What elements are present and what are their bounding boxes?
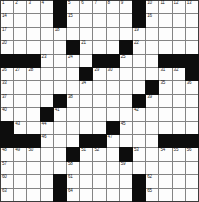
cell-r12c6[interactable] bbox=[80, 162, 92, 174]
cell-r0c3[interactable]: 4 bbox=[41, 1, 53, 13]
clue-number-15: 15 bbox=[68, 14, 73, 19]
cell-r6c2[interactable] bbox=[27, 81, 39, 93]
clue-number-2: 2 bbox=[15, 1, 17, 6]
clue-number-47: 47 bbox=[108, 135, 113, 140]
clue-number-59: 59 bbox=[121, 162, 126, 167]
cell-r4c6[interactable] bbox=[80, 55, 92, 67]
cell-r11c0[interactable]: 48 bbox=[1, 148, 13, 160]
cell-r11c12[interactable]: 54 bbox=[159, 148, 171, 160]
clue-number-50: 50 bbox=[28, 148, 33, 153]
cell-r11c1[interactable]: 49 bbox=[14, 148, 26, 160]
clue-number-49: 49 bbox=[15, 148, 20, 153]
cell-r5c7[interactable]: 29 bbox=[93, 68, 105, 80]
clue-number-41: 41 bbox=[55, 108, 60, 113]
cell-r4c10[interactable] bbox=[133, 55, 145, 67]
block-cell-r4c13 bbox=[173, 55, 185, 67]
cell-r14c14[interactable] bbox=[186, 189, 198, 201]
cell-r5c8[interactable]: 30 bbox=[107, 68, 119, 80]
cell-r13c3[interactable] bbox=[41, 175, 53, 187]
cell-r12c2[interactable] bbox=[27, 162, 39, 174]
block-cell-r13c10 bbox=[133, 175, 145, 187]
cell-r3c0[interactable]: 20 bbox=[1, 41, 13, 53]
cell-r14c6[interactable] bbox=[80, 189, 92, 201]
cell-r13c6[interactable] bbox=[80, 175, 92, 187]
cell-r8c0[interactable]: 40 bbox=[1, 108, 13, 120]
block-cell-r10c2 bbox=[27, 135, 39, 147]
cell-r1c14[interactable] bbox=[186, 14, 198, 26]
cell-r7c8[interactable] bbox=[107, 95, 119, 107]
cell-r6c12[interactable]: 35 bbox=[159, 81, 171, 93]
cell-r10c4[interactable] bbox=[54, 135, 66, 147]
cell-r1c0[interactable]: 14 bbox=[1, 14, 13, 26]
cell-r7c9[interactable] bbox=[120, 95, 132, 107]
cell-r11c11[interactable] bbox=[146, 148, 158, 160]
clue-number-14: 14 bbox=[2, 14, 7, 19]
cell-r2c1[interactable] bbox=[14, 28, 26, 40]
cell-r1c5[interactable]: 15 bbox=[67, 14, 79, 26]
cell-r3c6[interactable]: 21 bbox=[80, 41, 92, 53]
cell-r14c9[interactable] bbox=[120, 189, 132, 201]
block-cell-r4c14 bbox=[186, 55, 198, 67]
cell-r8c9[interactable] bbox=[120, 108, 132, 120]
block-cell-r7c4 bbox=[54, 95, 66, 107]
cell-r6c8[interactable] bbox=[107, 81, 119, 93]
clue-number-43: 43 bbox=[15, 122, 20, 127]
cell-r12c1[interactable] bbox=[14, 162, 26, 174]
clue-number-18: 18 bbox=[55, 28, 60, 33]
cell-r3c14[interactable] bbox=[186, 41, 198, 53]
cell-r1c11[interactable]: 16 bbox=[146, 14, 158, 26]
cell-r8c7[interactable] bbox=[93, 108, 105, 120]
clue-number-60: 60 bbox=[2, 175, 7, 180]
cell-r4c11[interactable] bbox=[146, 55, 158, 67]
cell-r12c13[interactable] bbox=[173, 162, 185, 174]
cell-r0c6[interactable]: 6 bbox=[80, 1, 92, 13]
block-cell-r10c12 bbox=[159, 135, 171, 147]
cell-r3c3[interactable] bbox=[41, 41, 53, 53]
cell-r6c7[interactable] bbox=[93, 81, 105, 93]
cell-r14c5[interactable]: 64 bbox=[67, 189, 79, 201]
cell-r14c13[interactable] bbox=[173, 189, 185, 201]
clue-number-21: 21 bbox=[81, 41, 86, 46]
cell-r6c4[interactable] bbox=[54, 81, 66, 93]
cell-r2c8[interactable] bbox=[107, 28, 119, 40]
cell-r4c9[interactable]: 25 bbox=[120, 55, 132, 67]
clue-number-34: 34 bbox=[81, 81, 86, 86]
block-cell-r4c0 bbox=[1, 55, 13, 67]
cell-r6c1[interactable] bbox=[14, 81, 26, 93]
cell-r1c3[interactable] bbox=[41, 14, 53, 26]
cell-r11c10[interactable]: 53 bbox=[133, 148, 145, 160]
cell-r13c5[interactable]: 61 bbox=[67, 175, 79, 187]
clue-number-23: 23 bbox=[42, 55, 47, 60]
block-cell-r13c4 bbox=[54, 175, 66, 187]
clue-number-61: 61 bbox=[68, 175, 73, 180]
clue-number-55: 55 bbox=[174, 148, 179, 153]
block-cell-r1c10 bbox=[133, 14, 145, 26]
block-cell-r10c1 bbox=[14, 135, 26, 147]
block-cell-r9c8 bbox=[107, 122, 119, 134]
block-cell-r5c6 bbox=[80, 68, 92, 80]
cell-r9c9[interactable]: 45 bbox=[120, 122, 132, 134]
cell-r14c12[interactable] bbox=[159, 189, 171, 201]
block-cell-r4c2 bbox=[27, 55, 39, 67]
crossword-grid: 1234567891011121314151617181920212223242… bbox=[0, 0, 199, 202]
cell-r8c4[interactable]: 41 bbox=[54, 108, 66, 120]
cell-r7c12[interactable] bbox=[159, 95, 171, 107]
clue-number-11: 11 bbox=[160, 1, 164, 6]
clue-number-6: 6 bbox=[81, 1, 83, 6]
cell-r5c3[interactable] bbox=[41, 68, 53, 80]
clue-number-56: 56 bbox=[187, 148, 192, 153]
clue-number-62: 62 bbox=[147, 175, 152, 180]
cell-r9c1[interactable]: 43 bbox=[14, 122, 26, 134]
clue-number-24: 24 bbox=[68, 55, 73, 60]
cell-r5c1[interactable]: 27 bbox=[14, 68, 26, 80]
cell-r1c2[interactable] bbox=[27, 14, 39, 26]
cell-r5c11[interactable] bbox=[146, 68, 158, 80]
cell-r8c13[interactable] bbox=[173, 108, 185, 120]
clue-number-40: 40 bbox=[2, 108, 7, 113]
cell-r10c5[interactable] bbox=[67, 135, 79, 147]
block-cell-r4c1 bbox=[14, 55, 26, 67]
cell-r14c3[interactable] bbox=[41, 189, 53, 201]
clue-number-48: 48 bbox=[2, 148, 7, 153]
block-cell-r10c14 bbox=[186, 135, 198, 147]
cell-r5c10[interactable] bbox=[133, 68, 145, 80]
block-cell-r11c5 bbox=[67, 148, 79, 160]
cell-r14c11[interactable]: 65 bbox=[146, 189, 158, 201]
cell-r6c14[interactable]: 36 bbox=[186, 81, 198, 93]
cell-r10c8[interactable]: 47 bbox=[107, 135, 119, 147]
block-cell-r5c14 bbox=[186, 68, 198, 80]
clue-number-51: 51 bbox=[81, 148, 86, 153]
cell-r12c9[interactable]: 59 bbox=[120, 162, 132, 174]
block-cell-r10c7 bbox=[93, 135, 105, 147]
cell-r10c3[interactable]: 46 bbox=[41, 135, 53, 147]
cell-r7c7[interactable] bbox=[93, 95, 105, 107]
cell-r1c13[interactable] bbox=[173, 14, 185, 26]
block-cell-r3c9 bbox=[120, 41, 132, 53]
block-cell-r6c11 bbox=[146, 81, 158, 93]
cell-r14c1[interactable] bbox=[14, 189, 26, 201]
cell-r3c8[interactable] bbox=[107, 41, 119, 53]
cell-r13c2[interactable] bbox=[27, 175, 39, 187]
clue-number-7: 7 bbox=[94, 1, 96, 6]
cell-r5c4[interactable] bbox=[54, 68, 66, 80]
clue-number-46: 46 bbox=[42, 135, 47, 140]
cell-r7c0[interactable]: 37 bbox=[1, 95, 13, 107]
cell-r13c7[interactable] bbox=[93, 175, 105, 187]
clue-number-8: 8 bbox=[108, 1, 110, 6]
cell-r1c9[interactable] bbox=[120, 14, 132, 26]
cell-r6c13[interactable] bbox=[173, 81, 185, 93]
cell-r4c4[interactable] bbox=[54, 55, 66, 67]
clue-number-57: 57 bbox=[2, 162, 7, 167]
clue-number-12: 12 bbox=[174, 1, 179, 6]
cell-r2c0[interactable]: 17 bbox=[1, 28, 13, 40]
cell-r5c9[interactable] bbox=[120, 68, 132, 80]
cell-r7c14[interactable] bbox=[186, 95, 198, 107]
cell-r13c8[interactable] bbox=[107, 175, 119, 187]
clue-number-27: 27 bbox=[15, 68, 20, 73]
block-cell-r4c8 bbox=[107, 55, 119, 67]
cell-r11c7[interactable]: 52 bbox=[93, 148, 105, 160]
cell-r7c3[interactable] bbox=[41, 95, 53, 107]
cell-r9c11[interactable] bbox=[146, 122, 158, 134]
cell-r1c6[interactable] bbox=[80, 14, 92, 26]
cell-r8c8[interactable] bbox=[107, 108, 119, 120]
cell-r9c5[interactable] bbox=[67, 122, 79, 134]
cell-r0c2[interactable]: 3 bbox=[27, 1, 39, 13]
cell-r2c4[interactable]: 18 bbox=[54, 28, 66, 40]
cell-r11c3[interactable] bbox=[41, 148, 53, 160]
cell-r7c11[interactable]: 39 bbox=[146, 95, 158, 107]
clue-number-22: 22 bbox=[134, 41, 139, 46]
cell-r3c11[interactable] bbox=[146, 41, 158, 53]
cell-r14c0[interactable]: 63 bbox=[1, 189, 13, 201]
cell-r0c0[interactable]: 1 bbox=[1, 1, 13, 13]
cell-r5c13[interactable]: 32 bbox=[173, 68, 185, 80]
block-cell-r4c7 bbox=[93, 55, 105, 67]
cell-r9c6[interactable] bbox=[80, 122, 92, 134]
cell-r10c9[interactable] bbox=[120, 135, 132, 147]
cell-r12c7[interactable] bbox=[93, 162, 105, 174]
clue-number-13: 13 bbox=[187, 1, 192, 6]
clue-number-29: 29 bbox=[94, 68, 99, 73]
cell-r3c2[interactable] bbox=[27, 41, 39, 53]
cell-r6c0[interactable]: 33 bbox=[1, 81, 13, 93]
clue-number-25: 25 bbox=[121, 55, 126, 60]
cell-r2c7[interactable] bbox=[93, 28, 105, 40]
cell-r13c9[interactable] bbox=[120, 175, 132, 187]
cell-r8c12[interactable] bbox=[159, 108, 171, 120]
clue-number-1: 1 bbox=[2, 1, 4, 6]
cell-r11c14[interactable]: 56 bbox=[186, 148, 198, 160]
block-cell-r8c3 bbox=[41, 108, 53, 120]
cell-r6c3[interactable] bbox=[41, 81, 53, 93]
cell-r0c12[interactable]: 11 bbox=[159, 1, 171, 13]
cell-r0c9[interactable]: 9 bbox=[120, 1, 132, 13]
cell-r12c4[interactable] bbox=[54, 162, 66, 174]
cell-r2c5[interactable] bbox=[67, 28, 79, 40]
clue-number-36: 36 bbox=[187, 81, 192, 86]
clue-number-26: 26 bbox=[2, 68, 7, 73]
cell-r2c3[interactable] bbox=[41, 28, 53, 40]
clue-number-5: 5 bbox=[68, 1, 70, 6]
cell-r5c2[interactable]: 28 bbox=[27, 68, 39, 80]
cell-r1c8[interactable] bbox=[107, 14, 119, 26]
cell-r4c5[interactable]: 24 bbox=[67, 55, 79, 67]
clue-number-35: 35 bbox=[160, 81, 165, 86]
cell-r9c12[interactable] bbox=[159, 122, 171, 134]
clue-number-53: 53 bbox=[134, 148, 139, 153]
cell-r1c1[interactable] bbox=[14, 14, 26, 26]
clue-number-54: 54 bbox=[160, 148, 165, 153]
cell-r2c6[interactable] bbox=[80, 28, 92, 40]
cell-r2c13[interactable] bbox=[173, 28, 185, 40]
cell-r12c5[interactable]: 58 bbox=[67, 162, 79, 174]
cell-r0c7[interactable]: 7 bbox=[93, 1, 105, 13]
cell-r9c2[interactable] bbox=[27, 122, 39, 134]
clue-number-16: 16 bbox=[147, 14, 152, 19]
cell-r0c11[interactable]: 10 bbox=[146, 1, 158, 13]
cell-r7c1[interactable] bbox=[14, 95, 26, 107]
clue-number-42: 42 bbox=[134, 108, 139, 113]
clue-number-65: 65 bbox=[147, 189, 152, 194]
clue-number-19: 19 bbox=[134, 28, 139, 33]
cell-r9c13[interactable] bbox=[173, 122, 185, 134]
cell-r12c11[interactable] bbox=[146, 162, 158, 174]
cell-r4c3[interactable]: 23 bbox=[41, 55, 53, 67]
cell-r0c13[interactable]: 12 bbox=[173, 1, 185, 13]
clue-number-44: 44 bbox=[42, 122, 47, 127]
clue-number-31: 31 bbox=[160, 68, 165, 73]
cell-r2c9[interactable] bbox=[120, 28, 132, 40]
cell-r5c12[interactable]: 31 bbox=[159, 68, 171, 80]
cell-r8c1[interactable] bbox=[14, 108, 26, 120]
block-cell-r1c4 bbox=[54, 14, 66, 26]
clue-number-58: 58 bbox=[68, 162, 73, 167]
block-cell-r7c10 bbox=[133, 95, 145, 107]
cell-r11c2[interactable]: 50 bbox=[27, 148, 39, 160]
cell-r12c14[interactable] bbox=[186, 162, 198, 174]
clue-number-52: 52 bbox=[94, 148, 99, 153]
cell-r13c11[interactable]: 62 bbox=[146, 175, 158, 187]
clue-number-45: 45 bbox=[121, 122, 126, 127]
cell-r5c5[interactable] bbox=[67, 68, 79, 80]
cell-r6c6[interactable]: 34 bbox=[80, 81, 92, 93]
cell-r5c0[interactable]: 26 bbox=[1, 68, 13, 80]
cell-r1c7[interactable] bbox=[93, 14, 105, 26]
cell-r8c2[interactable] bbox=[27, 108, 39, 120]
cell-r9c14[interactable] bbox=[186, 122, 198, 134]
cell-r2c10[interactable]: 19 bbox=[133, 28, 145, 40]
cell-r9c3[interactable]: 44 bbox=[41, 122, 53, 134]
clue-number-10: 10 bbox=[147, 1, 152, 6]
block-cell-r11c9 bbox=[120, 148, 132, 160]
cell-r3c4[interactable] bbox=[54, 41, 66, 53]
cell-r10c11[interactable] bbox=[146, 135, 158, 147]
cell-r8c10[interactable]: 42 bbox=[133, 108, 145, 120]
cell-r10c10[interactable] bbox=[133, 135, 145, 147]
cell-r13c1[interactable] bbox=[14, 175, 26, 187]
cell-r3c10[interactable]: 22 bbox=[133, 41, 145, 53]
block-cell-r10c6 bbox=[80, 135, 92, 147]
block-cell-r0c4 bbox=[54, 1, 66, 13]
cell-r8c11[interactable] bbox=[146, 108, 158, 120]
cell-r6c5[interactable] bbox=[67, 81, 79, 93]
cell-r11c8[interactable] bbox=[107, 148, 119, 160]
cell-r9c10[interactable] bbox=[133, 122, 145, 134]
clue-number-33: 33 bbox=[2, 81, 7, 86]
cell-r3c13[interactable] bbox=[173, 41, 185, 53]
block-cell-r0c10 bbox=[133, 1, 145, 13]
cell-r12c12[interactable] bbox=[159, 162, 171, 174]
cell-r1c12[interactable] bbox=[159, 14, 171, 26]
clue-number-39: 39 bbox=[147, 95, 152, 100]
cell-r6c10[interactable] bbox=[133, 81, 145, 93]
cell-r3c7[interactable] bbox=[93, 41, 105, 53]
cell-r8c14[interactable] bbox=[186, 108, 198, 120]
cell-r12c10[interactable] bbox=[133, 162, 145, 174]
cell-r11c6[interactable]: 51 bbox=[80, 148, 92, 160]
block-cell-r10c13 bbox=[173, 135, 185, 147]
clue-number-28: 28 bbox=[28, 68, 33, 73]
block-cell-r10c0 bbox=[1, 135, 13, 147]
cell-r14c2[interactable] bbox=[27, 189, 39, 201]
clue-number-64: 64 bbox=[68, 189, 73, 194]
block-cell-r9c0 bbox=[1, 122, 13, 134]
clue-number-37: 37 bbox=[2, 95, 7, 100]
cell-r14c7[interactable] bbox=[93, 189, 105, 201]
cell-r11c4[interactable] bbox=[54, 148, 66, 160]
cell-r7c6[interactable] bbox=[80, 95, 92, 107]
cell-r7c2[interactable] bbox=[27, 95, 39, 107]
cell-r8c5[interactable] bbox=[67, 108, 79, 120]
cell-r14c8[interactable] bbox=[107, 189, 119, 201]
cell-r2c14[interactable] bbox=[186, 28, 198, 40]
clue-number-4: 4 bbox=[42, 1, 44, 6]
cell-r11c13[interactable]: 55 bbox=[173, 148, 185, 160]
cell-r13c13[interactable] bbox=[173, 175, 185, 187]
cell-r13c0[interactable]: 60 bbox=[1, 175, 13, 187]
cell-r0c1[interactable]: 2 bbox=[14, 1, 26, 13]
cell-r0c8[interactable]: 8 bbox=[107, 1, 119, 13]
cell-r12c3[interactable] bbox=[41, 162, 53, 174]
clue-number-3: 3 bbox=[28, 1, 30, 6]
cell-r13c14[interactable] bbox=[186, 175, 198, 187]
cell-r7c5[interactable]: 38 bbox=[67, 95, 79, 107]
cell-r0c14[interactable]: 13 bbox=[186, 1, 198, 13]
cell-r13c12[interactable] bbox=[159, 175, 171, 187]
clue-number-9: 9 bbox=[121, 1, 123, 6]
cell-r9c7[interactable] bbox=[93, 122, 105, 134]
cell-r12c8[interactable] bbox=[107, 162, 119, 174]
cell-r2c12[interactable] bbox=[159, 28, 171, 40]
cell-r12c0[interactable]: 57 bbox=[1, 162, 13, 174]
clue-number-38: 38 bbox=[68, 95, 73, 100]
block-cell-r4c12 bbox=[159, 55, 171, 67]
block-cell-r14c4 bbox=[54, 189, 66, 201]
cell-r2c11[interactable] bbox=[146, 28, 158, 40]
block-cell-r3c5 bbox=[67, 41, 79, 53]
cell-r3c12[interactable] bbox=[159, 41, 171, 53]
clue-number-63: 63 bbox=[2, 189, 7, 194]
cell-r6c9[interactable] bbox=[120, 81, 132, 93]
clue-number-30: 30 bbox=[108, 68, 113, 73]
clue-number-17: 17 bbox=[2, 28, 7, 33]
cell-r8c6[interactable] bbox=[80, 108, 92, 120]
cell-r0c5[interactable]: 5 bbox=[67, 1, 79, 13]
clue-number-32: 32 bbox=[174, 68, 179, 73]
cell-r3c1[interactable] bbox=[14, 41, 26, 53]
cell-r2c2[interactable] bbox=[27, 28, 39, 40]
cell-r7c13[interactable] bbox=[173, 95, 185, 107]
block-cell-r14c10 bbox=[133, 189, 145, 201]
cell-r9c4[interactable] bbox=[54, 122, 66, 134]
clue-number-20: 20 bbox=[2, 41, 7, 46]
